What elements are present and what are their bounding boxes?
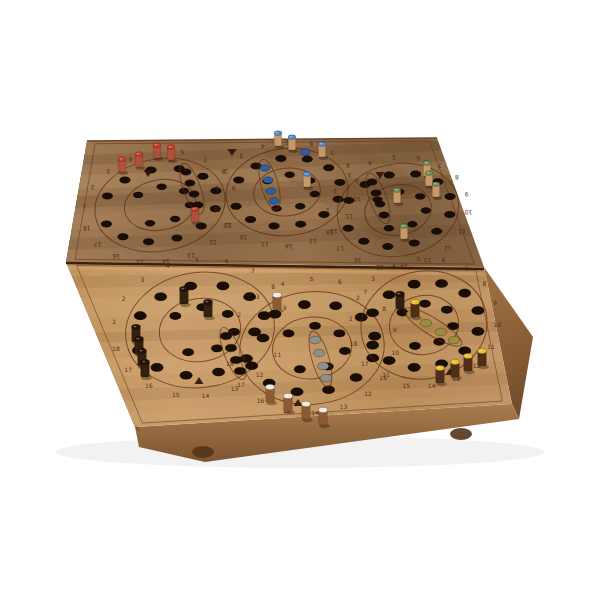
- finish-hole-gray: [317, 362, 329, 370]
- hinge-notch: [450, 428, 472, 440]
- track-number: 18: [112, 345, 120, 352]
- peg-hole: [421, 207, 431, 213]
- peg-hole: [283, 330, 295, 338]
- peg-hole: [302, 156, 313, 163]
- finish-hole-plain: [230, 356, 242, 364]
- peg-hole: [258, 311, 271, 320]
- track-number: 5: [392, 154, 396, 161]
- peg-hole: [407, 221, 417, 227]
- finish-hole-plain: [220, 332, 232, 340]
- track-number: 5: [195, 256, 199, 263]
- peg-hole: [350, 373, 363, 382]
- peg-hole: [309, 322, 321, 330]
- peg-hole: [295, 221, 306, 228]
- track-number: 4: [261, 143, 265, 150]
- tock-board: 1234567891011121314151617181234567891011…: [0, 0, 600, 600]
- peg-hole: [441, 306, 453, 314]
- finish-hole-olive: [435, 328, 447, 336]
- track-number: 14: [202, 392, 210, 399]
- peg-hole: [180, 371, 193, 380]
- peg-highlight: [136, 338, 139, 340]
- peg-hole: [409, 240, 420, 247]
- track-number: 8: [482, 280, 486, 287]
- track-number: 17: [124, 366, 132, 373]
- track-number: 1: [83, 203, 87, 210]
- peg-hole: [212, 368, 225, 377]
- track-number: 10: [494, 321, 502, 328]
- track-number: 7: [203, 156, 207, 163]
- track-number: 18: [83, 225, 91, 232]
- track-number: 18: [214, 206, 222, 213]
- peg-hole: [339, 347, 351, 355]
- peg-hole: [133, 192, 143, 198]
- peg-hole: [408, 363, 421, 372]
- peg-hole: [408, 280, 421, 289]
- peg-hole: [101, 220, 112, 227]
- track-number: 10: [464, 209, 472, 216]
- peg-highlight: [155, 144, 158, 145]
- track-number: 15: [172, 391, 180, 398]
- track-number: 6: [309, 141, 313, 148]
- finish-hole-olive: [420, 319, 432, 327]
- peg-hole: [431, 228, 442, 235]
- track-number: 18: [326, 229, 334, 236]
- peg-highlight: [290, 136, 293, 137]
- track-number: 14: [311, 409, 319, 416]
- peg-hole: [384, 172, 395, 179]
- peg-hole: [156, 183, 166, 189]
- finish-hole-plain: [375, 201, 385, 208]
- track-number: 16: [239, 234, 247, 241]
- peg-hole: [444, 211, 455, 218]
- peg-hole: [230, 203, 241, 210]
- track-number: 8: [455, 174, 459, 181]
- peg-highlight: [320, 409, 323, 411]
- track-number: 16: [145, 382, 153, 389]
- track-number: 11: [487, 343, 495, 350]
- peg-highlight: [276, 132, 279, 133]
- track-number: 13: [187, 252, 195, 259]
- track-number: 12: [256, 371, 264, 378]
- peg-hole: [415, 193, 425, 199]
- peg-highlight: [133, 326, 136, 328]
- track-number: 12: [444, 245, 452, 252]
- track-number: 12: [364, 390, 372, 397]
- peg-hole: [102, 192, 113, 199]
- peg-hole: [419, 300, 431, 308]
- track-number: 14: [428, 382, 436, 389]
- track-number: 9: [393, 326, 397, 333]
- peg-highlight: [395, 189, 398, 190]
- finish-hole-gray: [313, 349, 325, 357]
- track-number: 6: [416, 155, 420, 162]
- track-number: 4: [368, 160, 372, 167]
- track-number: 8: [382, 305, 386, 312]
- peg-hole: [447, 322, 459, 330]
- track-number: 5: [416, 255, 420, 262]
- peg-highlight: [425, 162, 428, 163]
- track-number: 14: [400, 263, 408, 270]
- peg-highlight: [267, 386, 270, 388]
- track-number: 1: [112, 318, 116, 325]
- track-number: 16: [354, 257, 362, 264]
- peg-hole: [334, 179, 345, 186]
- finish-hole-blue: [300, 149, 310, 156]
- hinge-notch: [192, 446, 214, 458]
- finish-hole-gray: [320, 374, 332, 382]
- track-number: 7: [330, 149, 334, 156]
- track-number: 3: [256, 293, 260, 300]
- peg-hole: [217, 282, 230, 291]
- peg-hole: [435, 279, 448, 288]
- track-number: 17: [223, 222, 231, 229]
- peg-highlight: [205, 301, 208, 303]
- track-number: 4: [166, 262, 170, 269]
- track-number: 9: [465, 191, 469, 198]
- peg-highlight: [479, 350, 482, 352]
- peg-hole: [384, 225, 394, 231]
- track-number: 3: [371, 275, 375, 282]
- track-number: 5: [309, 275, 313, 282]
- track-number: 2: [91, 184, 95, 191]
- peg-hole: [134, 311, 147, 320]
- track-number: 8: [271, 283, 275, 290]
- track-number: 7: [438, 162, 442, 169]
- peg-hole: [471, 306, 484, 315]
- track-number: 8: [346, 162, 350, 169]
- peg-hole: [329, 301, 342, 310]
- track-number: 9: [232, 185, 236, 192]
- peg-hole: [383, 290, 396, 299]
- peg-hole: [310, 191, 320, 197]
- peg-hole: [245, 216, 256, 223]
- track-number: 2: [237, 311, 241, 318]
- peg-hole: [171, 234, 182, 241]
- peg-hole: [343, 197, 354, 204]
- finish-hole-olive: [448, 336, 460, 344]
- peg-hole: [323, 164, 334, 171]
- track-number: 15: [403, 382, 411, 389]
- peg-hole: [383, 356, 396, 365]
- peg-hole: [233, 176, 244, 183]
- track-number: 10: [392, 349, 400, 356]
- finish-hole-plain: [225, 344, 237, 352]
- track-number: 10: [353, 196, 361, 203]
- track-number: 3: [348, 172, 352, 179]
- peg-highlight: [402, 225, 405, 226]
- track-number: 7: [465, 265, 469, 272]
- track-number: 6: [338, 278, 342, 285]
- finish-hole-plain: [371, 190, 381, 197]
- track-number: 15: [376, 264, 384, 271]
- peg-highlight: [427, 172, 430, 173]
- peg-highlight: [303, 403, 306, 405]
- track-number: 17: [336, 245, 344, 252]
- peg-hole: [358, 238, 369, 245]
- track-number: 15: [261, 241, 269, 248]
- peg-hole: [245, 361, 258, 370]
- track-number: 6: [180, 149, 184, 156]
- track-number: 7: [363, 288, 367, 295]
- track-number: 16: [112, 253, 120, 260]
- peg-highlight: [137, 153, 140, 154]
- track-number: 11: [458, 228, 466, 235]
- finish-hole-blue: [263, 177, 273, 184]
- track-number: 17: [237, 381, 245, 388]
- peg-hole: [154, 292, 167, 301]
- peg-hole: [151, 363, 164, 372]
- track-number: 7: [251, 267, 255, 274]
- peg-hole: [444, 193, 455, 200]
- track-number: 1: [215, 185, 219, 192]
- peg-hole: [117, 233, 128, 240]
- track-number: 4: [392, 262, 396, 269]
- track-number: 17: [94, 241, 102, 248]
- peg-highlight: [397, 293, 400, 295]
- peg-highlight: [412, 301, 415, 303]
- peg-hole: [268, 222, 279, 229]
- peg-hole: [334, 329, 346, 337]
- peg-highlight: [465, 355, 468, 357]
- peg-hole: [197, 173, 208, 180]
- peg-hole: [294, 365, 306, 373]
- track-number: 16: [257, 397, 265, 404]
- peg-hole: [275, 155, 286, 162]
- peg-hole: [222, 310, 234, 318]
- track-number: 3: [140, 276, 144, 283]
- track-number: 2: [356, 294, 360, 301]
- finish-hole-plain: [367, 179, 377, 186]
- peg-highlight: [120, 158, 123, 159]
- peg-highlight: [274, 294, 277, 296]
- track-number: 14: [285, 243, 293, 250]
- peg-highlight: [193, 208, 196, 209]
- board-product-photo: 1234567891011121314151617181234567891011…: [0, 0, 600, 600]
- peg-hole: [366, 308, 379, 317]
- peg-highlight: [434, 183, 437, 184]
- track-number: 11: [345, 213, 353, 220]
- peg-hole: [410, 171, 421, 178]
- track-number: 4: [281, 280, 285, 287]
- track-number: 6: [442, 256, 446, 263]
- track-number: 18: [350, 340, 358, 347]
- track-number: 13: [340, 403, 348, 410]
- peg-hole: [285, 172, 295, 178]
- finish-hole-blue: [266, 188, 276, 195]
- track-number: 11: [274, 351, 282, 358]
- peg-hole: [368, 332, 381, 341]
- finish-hole-blue: [269, 198, 279, 205]
- peg-highlight: [452, 361, 455, 363]
- track-number: 2: [224, 168, 228, 175]
- finish-hole-plain: [181, 169, 191, 176]
- peg-highlight: [139, 350, 142, 352]
- peg-hole: [143, 238, 154, 245]
- finish-hole-plain: [185, 180, 195, 187]
- peg-highlight: [142, 361, 145, 363]
- finish-hole-gray: [309, 336, 321, 344]
- peg-hole: [182, 348, 194, 356]
- peg-hole: [343, 225, 354, 232]
- peg-hole: [366, 341, 379, 350]
- peg-hole: [295, 203, 305, 209]
- track-number: 13: [424, 257, 432, 264]
- peg-highlight: [285, 395, 288, 397]
- track-number: 6: [225, 257, 229, 264]
- track-number: 3: [239, 153, 243, 160]
- track-number: 2: [122, 295, 126, 302]
- track-number: 3: [107, 168, 111, 175]
- peg-hole: [119, 176, 130, 183]
- track-number: 2: [333, 188, 337, 195]
- peg-hole: [145, 220, 155, 226]
- track-number: 17: [361, 360, 369, 367]
- finish-hole-plain: [379, 212, 389, 219]
- peg-hole: [409, 342, 421, 350]
- track-number: 16: [379, 374, 387, 381]
- peg-hole: [472, 327, 485, 336]
- peg-highlight: [305, 173, 308, 174]
- finish-hole-plain: [234, 367, 246, 375]
- peg-hole: [382, 243, 393, 250]
- peg-highlight: [181, 288, 184, 290]
- peg-highlight: [169, 146, 172, 147]
- peg-hole: [243, 292, 256, 301]
- track-number: 4: [129, 156, 133, 163]
- peg-highlight: [320, 143, 323, 144]
- track-number: 1: [326, 207, 330, 214]
- track-number: 13: [309, 238, 317, 245]
- peg-hole: [169, 312, 181, 320]
- finish-hole-blue: [260, 165, 270, 172]
- track-number: 9: [493, 299, 497, 306]
- peg-hole: [248, 328, 261, 337]
- track-number: 15: [136, 259, 144, 266]
- track-number: 1: [349, 315, 353, 322]
- peg-hole: [298, 300, 311, 309]
- peg-highlight: [437, 367, 440, 369]
- track-number: 12: [209, 239, 217, 246]
- peg-hole: [170, 216, 180, 222]
- peg-hole: [458, 289, 471, 298]
- finish-hole-plain: [189, 191, 199, 198]
